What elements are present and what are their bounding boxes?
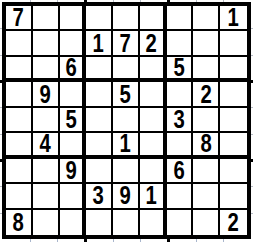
cell-r1c4[interactable] [86, 6, 113, 31]
cell-r2c3[interactable] [60, 31, 87, 56]
grid-tick-left [0, 80, 2, 83]
cell-r2c1[interactable] [6, 31, 33, 56]
cell-r3c7[interactable]: 5 [167, 57, 194, 82]
cell-r8c6[interactable]: 1 [140, 184, 167, 209]
cell-r1c8[interactable] [193, 6, 220, 31]
given-digit: 7 [13, 6, 24, 31]
given-digit: 2 [146, 31, 157, 56]
given-digit: 1 [228, 6, 239, 31]
grid-tick-top [30, 0, 31, 2]
cell-r6c1[interactable] [6, 133, 33, 158]
grid-tick-left [0, 107, 2, 108]
cell-r7c8[interactable] [193, 159, 220, 184]
given-digit: 3 [93, 184, 104, 209]
cell-r2c8[interactable] [193, 31, 220, 56]
given-digit: 2 [228, 210, 239, 235]
grid-tick-top [140, 0, 141, 2]
grid-tick-right [251, 107, 253, 108]
cell-r5c9[interactable] [220, 108, 247, 133]
cell-r7c9[interactable] [220, 159, 247, 184]
cell-r8c9[interactable] [220, 184, 247, 209]
cell-r3c4[interactable] [86, 57, 113, 82]
grid-tick-right [251, 213, 253, 214]
cell-r3c5[interactable] [113, 57, 140, 82]
grid-tick-right [251, 186, 253, 187]
grid-tick-left [0, 213, 2, 214]
grid-tick-left [0, 159, 2, 162]
grid-tick-top [113, 0, 114, 2]
cell-r6c9[interactable] [220, 133, 247, 158]
cell-r8c8[interactable] [193, 184, 220, 209]
cell-r8c5[interactable]: 9 [113, 184, 140, 209]
cell-r2c4[interactable]: 1 [86, 31, 113, 56]
given-digit: 7 [120, 31, 131, 56]
cell-r2c7[interactable] [167, 31, 194, 56]
cell-r5c4[interactable] [86, 108, 113, 133]
given-digit: 6 [65, 57, 76, 81]
cell-r1c3[interactable] [60, 6, 87, 31]
cell-r2c9[interactable] [220, 31, 247, 56]
cell-r9c9[interactable]: 2 [220, 210, 247, 235]
cell-r9c1[interactable]: 8 [6, 210, 33, 235]
cell-r5c8[interactable] [193, 108, 220, 133]
given-digit: 4 [40, 133, 51, 157]
cell-r5c3[interactable]: 5 [60, 108, 87, 133]
cell-r6c2[interactable]: 4 [33, 133, 60, 158]
cell-r5c1[interactable] [6, 108, 33, 133]
cell-r4c2[interactable]: 9 [33, 82, 60, 107]
cell-r7c2[interactable] [33, 159, 60, 184]
grid-tick-left [0, 55, 2, 56]
cell-r4c1[interactable] [6, 82, 33, 107]
cell-r5c2[interactable] [33, 108, 60, 133]
cell-r7c4[interactable] [86, 159, 113, 184]
cell-r7c1[interactable] [6, 159, 33, 184]
cell-r4c6[interactable] [140, 82, 167, 107]
cell-r1c9[interactable]: 1 [220, 6, 247, 31]
cell-r9c3[interactable] [60, 210, 87, 235]
grid-tick-top [223, 0, 224, 2]
cell-r7c5[interactable] [113, 159, 140, 184]
cell-r5c6[interactable] [140, 108, 167, 133]
cell-r6c8[interactable]: 8 [193, 133, 220, 158]
cell-r1c6[interactable] [140, 6, 167, 31]
given-digit: 1 [120, 133, 131, 157]
cell-r1c7[interactable] [167, 6, 194, 31]
cell-r3c9[interactable] [220, 57, 247, 82]
grid-tick-left [0, 28, 2, 29]
given-digit: 5 [173, 57, 184, 81]
cell-r3c2[interactable] [33, 57, 60, 82]
cell-r9c5[interactable] [113, 210, 140, 235]
grid-tick-left [0, 134, 2, 135]
given-digit: 5 [120, 82, 131, 107]
given-digit: 8 [13, 210, 24, 235]
given-digit: 2 [200, 82, 211, 107]
grid-tick-left [0, 186, 2, 187]
cell-r8c2[interactable] [33, 184, 60, 209]
cell-r8c7[interactable] [167, 184, 194, 209]
cell-r4c7[interactable] [167, 82, 194, 107]
cell-r8c1[interactable] [6, 184, 33, 209]
cell-r4c3[interactable] [60, 82, 87, 107]
given-digit: 6 [173, 159, 184, 184]
cell-r1c1[interactable]: 7 [6, 6, 33, 31]
cell-r9c6[interactable] [140, 210, 167, 235]
grid-tick-right [251, 134, 253, 135]
cell-r4c8[interactable]: 2 [193, 82, 220, 107]
grid-tick-top [196, 0, 197, 2]
cell-r8c4[interactable]: 3 [86, 184, 113, 209]
cell-r3c8[interactable] [193, 57, 220, 82]
given-digit: 3 [173, 108, 184, 133]
cell-r1c2[interactable] [33, 6, 60, 31]
cell-r9c8[interactable] [193, 210, 220, 235]
cell-r9c2[interactable] [33, 210, 60, 235]
cell-r3c3[interactable]: 6 [60, 57, 87, 82]
given-digit: 9 [40, 82, 51, 107]
cell-r4c4[interactable] [86, 82, 113, 107]
cell-r2c2[interactable] [33, 31, 60, 56]
cell-r8c3[interactable] [60, 184, 87, 209]
grid-tick-top [84, 0, 87, 2]
sudoku-puzzle: 7117265952534189639182 [0, 0, 253, 242]
given-digit: 8 [200, 133, 211, 157]
grid-tick-right [251, 28, 253, 29]
cell-r7c6[interactable] [140, 159, 167, 184]
given-digit: 9 [65, 159, 76, 184]
cell-r4c9[interactable] [220, 82, 247, 107]
cell-r7c7[interactable]: 6 [167, 159, 194, 184]
given-digit: 1 [146, 184, 157, 209]
cell-r5c7[interactable]: 3 [167, 108, 194, 133]
cell-r6c7[interactable] [167, 133, 194, 158]
cell-r2c6[interactable]: 2 [140, 31, 167, 56]
cell-r7c3[interactable]: 9 [60, 159, 87, 184]
grid-tick-right [251, 80, 253, 83]
cell-r6c5[interactable]: 1 [113, 133, 140, 158]
grid-tick-top [167, 0, 170, 2]
cell-r5c5[interactable] [113, 108, 140, 133]
cell-r6c4[interactable] [86, 133, 113, 158]
sudoku-board: 7117265952534189639182 [2, 2, 251, 239]
grid-tick-right [251, 55, 253, 56]
cell-r1c5[interactable] [113, 6, 140, 31]
cell-r6c6[interactable] [140, 133, 167, 158]
cell-r2c5[interactable]: 7 [113, 31, 140, 56]
cell-r6c3[interactable] [60, 133, 87, 158]
cell-r3c1[interactable] [6, 57, 33, 82]
cell-r9c7[interactable] [167, 210, 194, 235]
given-digit: 9 [120, 184, 131, 209]
grid-tick-top [57, 0, 58, 2]
grid-tick-right [251, 159, 253, 162]
cell-r3c6[interactable] [140, 57, 167, 82]
given-digit: 1 [93, 31, 104, 56]
cell-r9c4[interactable] [86, 210, 113, 235]
given-digit: 5 [65, 108, 76, 133]
cell-r4c5[interactable]: 5 [113, 82, 140, 107]
